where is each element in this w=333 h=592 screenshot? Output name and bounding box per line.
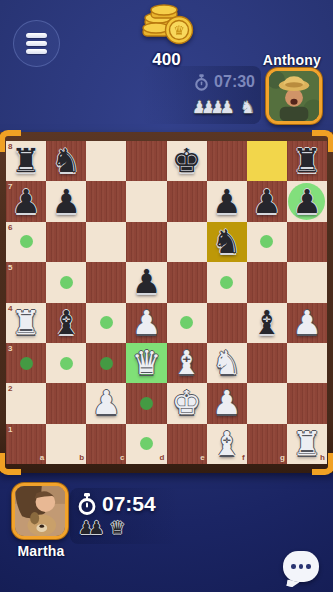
square-h4[interactable]: ♟ (287, 303, 327, 343)
square-b4[interactable]: ♝ (46, 303, 86, 343)
square-e8[interactable]: ♚ (167, 141, 207, 181)
legal-move-dot[interactable] (60, 357, 73, 370)
square-f2[interactable]: ♟ (207, 383, 247, 423)
square-d2[interactable] (126, 383, 166, 423)
square-e3[interactable]: ♝ (167, 343, 207, 383)
menu-bar (26, 41, 47, 46)
square-e2[interactable]: ♚ (167, 383, 207, 423)
black-pawn[interactable]: ♟ (132, 262, 162, 302)
square-b6[interactable] (46, 222, 86, 262)
board-corner-bracket (312, 130, 333, 152)
captured-black-queen: ♛ (109, 519, 125, 537)
white-pawn[interactable]: ♟ (132, 303, 162, 343)
captured-white-pawn: ♟ (220, 99, 235, 116)
player-avatar[interactable] (12, 483, 68, 539)
square-f8[interactable] (207, 141, 247, 181)
stopwatch-icon (77, 493, 97, 515)
square-a7[interactable]: 7♟ (6, 181, 46, 221)
legal-move-dot[interactable] (140, 397, 153, 410)
black-bishop[interactable]: ♝ (51, 303, 81, 343)
square-e5[interactable] (167, 262, 207, 302)
square-h6[interactable] (287, 222, 327, 262)
square-c6[interactable] (86, 222, 126, 262)
square-g8[interactable] (247, 141, 287, 181)
square-d6[interactable] (126, 222, 166, 262)
rank-label-4: 4 (8, 305, 12, 313)
rank-label-6: 6 (8, 224, 12, 232)
file-label-c: c (120, 454, 124, 462)
file-label-g: g (280, 454, 285, 462)
square-g4[interactable]: ♝ (247, 303, 287, 343)
legal-move-dot[interactable] (100, 357, 113, 370)
square-e6[interactable] (167, 222, 207, 262)
white-bishop[interactable]: ♝ (212, 424, 242, 464)
chat-button[interactable] (283, 551, 319, 582)
square-f1[interactable]: f♝ (207, 424, 247, 464)
square-a5[interactable]: 5 (6, 262, 46, 302)
square-d1[interactable]: d (126, 424, 166, 464)
white-pawn[interactable]: ♟ (212, 383, 242, 423)
legal-move-dot[interactable] (20, 357, 33, 370)
square-f5[interactable] (207, 262, 247, 302)
chess-app-screen: ♛ 400 Anthony 07:30 ♟♟♟♟♞ 8♜ (0, 0, 333, 592)
square-a3[interactable]: 3 (6, 343, 46, 383)
stopwatch-icon (194, 74, 209, 91)
black-knight[interactable]: ♞ (212, 222, 242, 262)
rank-label-7: 7 (8, 183, 12, 191)
rank-label-1: 1 (8, 426, 12, 434)
white-rook[interactable]: ♜ (11, 303, 41, 343)
square-a6[interactable]: 6 (6, 222, 46, 262)
player-captured-pieces: ♟♟♛ (78, 519, 125, 537)
square-a2[interactable]: 2 (6, 383, 46, 423)
file-label-f: f (242, 454, 245, 462)
black-pawn[interactable]: ♟ (292, 182, 322, 222)
square-e7[interactable] (167, 181, 207, 221)
square-h3[interactable] (287, 343, 327, 383)
white-pawn[interactable]: ♟ (292, 303, 322, 343)
square-h7[interactable]: ♟ (287, 181, 327, 221)
rank-label-5: 5 (8, 264, 12, 272)
square-c4[interactable] (86, 303, 126, 343)
legal-move-dot[interactable] (260, 235, 273, 248)
square-b3[interactable] (46, 343, 86, 383)
svg-text:♛: ♛ (173, 23, 185, 38)
square-g6[interactable] (247, 222, 287, 262)
board-corner-bracket (0, 130, 21, 152)
coins-icon: ♛ (127, 4, 207, 50)
white-knight[interactable]: ♞ (212, 343, 242, 383)
square-e1[interactable]: e (167, 424, 207, 464)
square-d8[interactable] (126, 141, 166, 181)
square-f4[interactable] (207, 303, 247, 343)
black-pawn[interactable]: ♟ (252, 182, 282, 222)
square-e4[interactable] (167, 303, 207, 343)
board-corner-bracket (312, 453, 333, 475)
black-bishop[interactable]: ♝ (252, 303, 282, 343)
square-d3[interactable]: ♛ (126, 343, 166, 383)
white-queen[interactable]: ♛ (132, 343, 162, 383)
square-c2[interactable]: ♟ (86, 383, 126, 423)
black-pawn[interactable]: ♟ (51, 182, 81, 222)
square-d4[interactable]: ♟ (126, 303, 166, 343)
square-f7[interactable]: ♟ (207, 181, 247, 221)
legal-move-dot[interactable] (220, 276, 233, 289)
opponent-time: 07:30 (214, 73, 255, 91)
player-timer: 07:54 (77, 492, 156, 516)
opponent-avatar-image (269, 71, 319, 121)
black-pawn[interactable]: ♟ (212, 182, 242, 222)
legal-move-dot[interactable] (20, 235, 33, 248)
legal-move-dot[interactable] (100, 316, 113, 329)
rank-label-3: 3 (8, 345, 12, 353)
player-avatar-image (15, 486, 65, 536)
square-d5[interactable]: ♟ (126, 262, 166, 302)
square-b2[interactable] (46, 383, 86, 423)
square-g5[interactable] (247, 262, 287, 302)
square-f6[interactable]: ♞ (207, 222, 247, 262)
square-b7[interactable]: ♟ (46, 181, 86, 221)
square-g3[interactable] (247, 343, 287, 383)
rank-label-2: 2 (8, 385, 12, 393)
board-corner-bracket (0, 453, 21, 475)
square-h5[interactable] (287, 262, 327, 302)
square-c3[interactable] (86, 343, 126, 383)
captured-white-knight: ♞ (240, 99, 255, 116)
square-c8[interactable] (86, 141, 126, 181)
legal-move-dot[interactable] (60, 276, 73, 289)
opponent-timer: 07:30 (194, 73, 255, 91)
opponent-avatar[interactable] (266, 68, 322, 124)
chat-dot (306, 564, 311, 569)
file-label-d: d (160, 454, 165, 462)
legal-move-dot[interactable] (180, 316, 193, 329)
square-b5[interactable] (46, 262, 86, 302)
white-king[interactable]: ♚ (172, 383, 202, 423)
captured-black-pawn: ♟ (88, 519, 104, 537)
menu-bar (26, 49, 47, 54)
file-label-b: b (79, 454, 84, 462)
square-d7[interactable] (126, 181, 166, 221)
square-g2[interactable] (247, 383, 287, 423)
opponent-captured-pieces: ♟♟♟♟♞ (192, 99, 255, 116)
black-pawn[interactable]: ♟ (11, 182, 41, 222)
player-time: 07:54 (102, 492, 156, 516)
square-b1[interactable]: b (46, 424, 86, 464)
chat-dot (291, 564, 296, 569)
chess-board-frame: 8♜♞♚♜7♟♟♟♟♟6♞5♟4♜♝♟♝♟3♛♝♞2♟♚♟1abcdef♝gh♜ (0, 132, 333, 473)
square-f3[interactable]: ♞ (207, 343, 247, 383)
player-name: Martha (12, 543, 70, 559)
white-pawn[interactable]: ♟ (92, 383, 122, 423)
square-c7[interactable] (86, 181, 126, 221)
square-g1[interactable]: g (247, 424, 287, 464)
menu-button[interactable] (13, 20, 60, 67)
square-a4[interactable]: 4♜ (6, 303, 46, 343)
legal-move-dot[interactable] (140, 437, 153, 450)
black-knight[interactable]: ♞ (51, 141, 81, 181)
menu-bar (26, 33, 47, 38)
square-b8[interactable]: ♞ (46, 141, 86, 181)
file-label-e: e (200, 454, 204, 462)
opponent-name: Anthony (263, 52, 321, 68)
square-c5[interactable] (86, 262, 126, 302)
chess-board: 8♜♞♚♜7♟♟♟♟♟6♞5♟4♜♝♟♝♟3♛♝♞2♟♚♟1abcdef♝gh♜ (6, 141, 327, 464)
square-g7[interactable]: ♟ (247, 181, 287, 221)
file-label-a: a (40, 454, 44, 462)
square-h2[interactable] (287, 383, 327, 423)
white-bishop[interactable]: ♝ (172, 343, 202, 383)
black-king[interactable]: ♚ (172, 141, 202, 181)
chat-dot (299, 564, 304, 569)
square-c1[interactable]: c (86, 424, 126, 464)
